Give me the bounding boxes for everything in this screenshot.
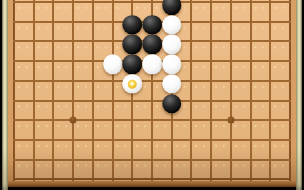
black-stone: [162, 0, 182, 15]
grid-vertical-line: [289, 0, 291, 181]
black-stone: [162, 94, 182, 114]
board-right-edge-strip: [296, 0, 302, 190]
grid-vertical-line: [269, 0, 271, 181]
black-stone: [142, 15, 162, 35]
gomoku-board[interactable]: ✦: [13, 0, 291, 181]
white-stone: [162, 15, 182, 35]
gomoku-game-screen: ✦: [0, 0, 304, 190]
white-stone: [103, 54, 123, 74]
grid-vertical-line: [92, 0, 94, 181]
grid-vertical-line: [190, 0, 192, 181]
grid-horizontal-line: [13, 80, 291, 82]
grid-vertical-line: [13, 0, 15, 181]
grid-horizontal-line: [13, 100, 291, 102]
star-point: [70, 117, 77, 124]
grid-vertical-line: [250, 0, 252, 181]
grid-horizontal-line: [13, 1, 291, 3]
black-stone: [123, 35, 143, 55]
white-stone: [162, 35, 182, 55]
grid-vertical-line: [112, 0, 114, 181]
star-point: [227, 117, 234, 124]
grid-horizontal-line: [13, 159, 291, 161]
grid-vertical-line: [210, 0, 212, 181]
white-stone: [142, 54, 162, 74]
grid-vertical-line: [33, 0, 35, 181]
grid-vertical-line: [72, 0, 74, 181]
grid-vertical-line: [230, 0, 232, 181]
black-stone: [123, 54, 143, 74]
grid-horizontal-line: [13, 139, 291, 141]
last-move-marker: ✦: [128, 79, 137, 88]
grid-vertical-line: [52, 0, 54, 181]
white-stone: ✦: [123, 74, 143, 94]
grid-horizontal-line: [13, 178, 291, 180]
grid-horizontal-line: [13, 119, 291, 121]
board-front-bevel: [8, 181, 296, 187]
white-stone: [162, 54, 182, 74]
white-stone: [162, 74, 182, 94]
black-stone: [123, 15, 143, 35]
black-stone: [142, 35, 162, 55]
